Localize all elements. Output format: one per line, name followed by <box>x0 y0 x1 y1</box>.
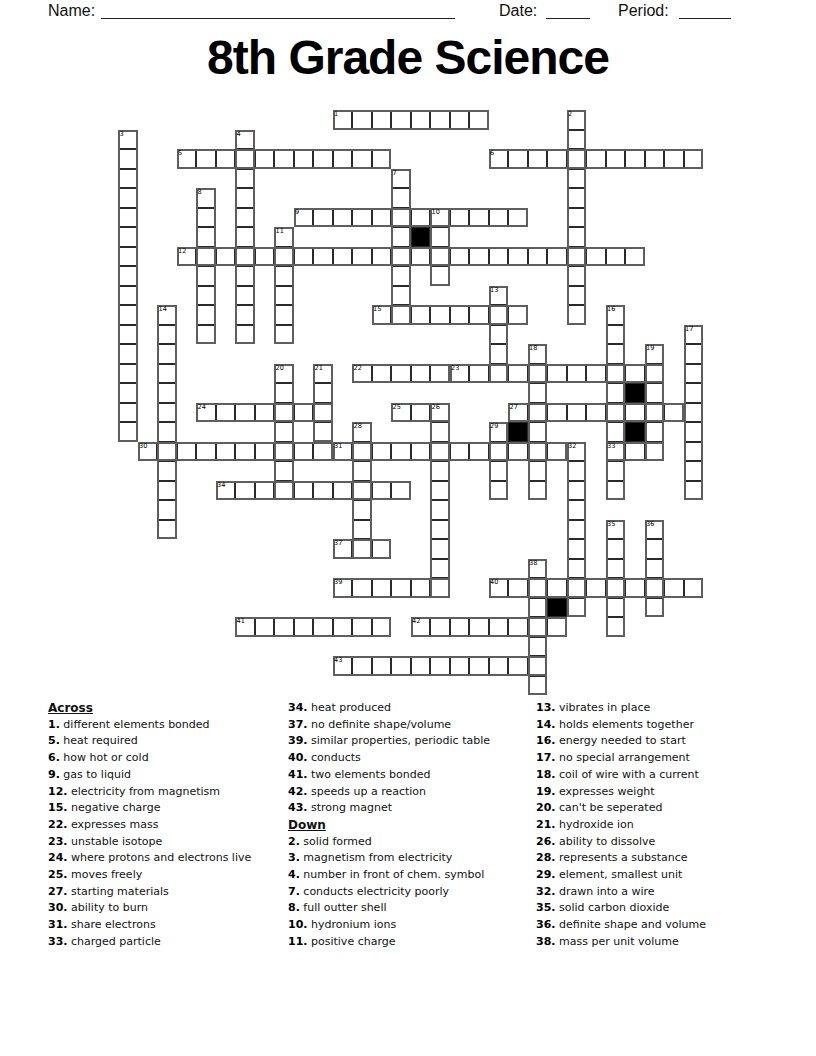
answer-cell-2-13[interactable] <box>372 149 392 169</box>
answer-cell-19-16[interactable] <box>430 481 450 501</box>
answer-cell-27-21[interactable] <box>528 637 548 657</box>
answer-cell-7-17[interactable] <box>450 247 470 267</box>
answer-cell-19-7[interactable] <box>255 481 275 501</box>
answer-cell-3-14[interactable] <box>391 169 411 189</box>
answer-cell-7-14[interactable] <box>391 247 411 267</box>
answer-cell-7-24[interactable] <box>586 247 606 267</box>
answer-cell-10-23[interactable] <box>567 305 587 325</box>
answer-cell-7-4[interactable] <box>196 247 216 267</box>
answer-cell-6-8[interactable] <box>274 227 294 247</box>
answer-cell-8-23[interactable] <box>567 266 587 286</box>
answer-cell-9-6[interactable] <box>235 286 255 306</box>
answer-cell-7-20[interactable] <box>508 247 528 267</box>
answer-cell-7-22[interactable] <box>547 247 567 267</box>
answer-cell-5-15[interactable] <box>411 208 431 228</box>
answer-cell-13-23[interactable] <box>567 364 587 384</box>
answer-cell-17-29[interactable] <box>684 442 704 462</box>
answer-cell-15-25[interactable] <box>606 403 626 423</box>
answer-cell-25-21[interactable] <box>528 598 548 618</box>
answer-cell-10-14[interactable] <box>391 305 411 325</box>
answer-cell-16-25[interactable] <box>606 422 626 442</box>
answer-cell-26-13[interactable] <box>372 617 392 637</box>
answer-cell-7-13[interactable] <box>372 247 392 267</box>
answer-cell-2-21[interactable] <box>528 149 548 169</box>
answer-cell-25-25[interactable] <box>606 598 626 618</box>
answer-cell-17-9[interactable] <box>294 442 314 462</box>
answer-cell-2-27[interactable] <box>645 149 665 169</box>
answer-cell-10-6[interactable] <box>235 305 255 325</box>
answer-cell-17-19[interactable] <box>489 442 509 462</box>
answer-cell-13-10[interactable] <box>313 364 333 384</box>
answer-cell-24-25[interactable] <box>606 578 626 598</box>
answer-cell-5-12[interactable] <box>352 208 372 228</box>
answer-cell-7-26[interactable] <box>625 247 645 267</box>
answer-cell-13-26[interactable] <box>625 364 645 384</box>
answer-cell-1-6[interactable] <box>235 130 255 150</box>
answer-cell-5-11[interactable] <box>333 208 353 228</box>
answer-cell-17-11[interactable] <box>333 442 353 462</box>
date-blank-line[interactable] <box>546 3 590 19</box>
answer-cell-17-26[interactable] <box>625 442 645 462</box>
answer-cell-26-22[interactable] <box>547 617 567 637</box>
answer-cell-2-26[interactable] <box>625 149 645 169</box>
answer-cell-23-27[interactable] <box>645 559 665 579</box>
answer-cell-13-16[interactable] <box>430 364 450 384</box>
answer-cell-23-25[interactable] <box>606 559 626 579</box>
answer-cell-5-16[interactable] <box>430 208 450 228</box>
answer-cell-17-15[interactable] <box>411 442 431 462</box>
answer-cell-17-6[interactable] <box>235 442 255 462</box>
answer-cell-24-29[interactable] <box>684 578 704 598</box>
answer-cell-14-2[interactable] <box>157 383 177 403</box>
answer-cell-23-21[interactable] <box>528 559 548 579</box>
answer-cell-12-25[interactable] <box>606 344 626 364</box>
answer-cell-2-28[interactable] <box>664 149 684 169</box>
answer-cell-16-2[interactable] <box>157 422 177 442</box>
answer-cell-17-23[interactable] <box>567 442 587 462</box>
answer-cell-10-15[interactable] <box>411 305 431 325</box>
answer-cell-26-16[interactable] <box>430 617 450 637</box>
answer-cell-14-0[interactable] <box>118 383 138 403</box>
answer-cell-17-16[interactable] <box>430 442 450 462</box>
answer-cell-13-18[interactable] <box>469 364 489 384</box>
answer-cell-19-8[interactable] <box>274 481 294 501</box>
answer-cell-14-10[interactable] <box>313 383 333 403</box>
answer-cell-15-23[interactable] <box>567 403 587 423</box>
answer-cell-17-5[interactable] <box>216 442 236 462</box>
answer-cell-17-13[interactable] <box>372 442 392 462</box>
answer-cell-18-2[interactable] <box>157 461 177 481</box>
answer-cell-28-21[interactable] <box>528 656 548 676</box>
answer-cell-25-23[interactable] <box>567 598 587 618</box>
answer-cell-26-8[interactable] <box>274 617 294 637</box>
answer-cell-15-5[interactable] <box>216 403 236 423</box>
answer-cell-24-11[interactable] <box>333 578 353 598</box>
answer-cell-2-11[interactable] <box>333 149 353 169</box>
answer-cell-7-0[interactable] <box>118 247 138 267</box>
answer-cell-22-11[interactable] <box>333 539 353 559</box>
answer-cell-21-23[interactable] <box>567 520 587 540</box>
answer-cell-17-25[interactable] <box>606 442 626 462</box>
answer-cell-7-7[interactable] <box>255 247 275 267</box>
answer-cell-10-8[interactable] <box>274 305 294 325</box>
answer-cell-13-24[interactable] <box>586 364 606 384</box>
answer-cell-15-20[interactable] <box>508 403 528 423</box>
answer-cell-11-8[interactable] <box>274 325 294 345</box>
answer-cell-13-22[interactable] <box>547 364 567 384</box>
answer-cell-6-6[interactable] <box>235 227 255 247</box>
answer-cell-15-2[interactable] <box>157 403 177 423</box>
answer-cell-19-29[interactable] <box>684 481 704 501</box>
answer-cell-21-2[interactable] <box>157 520 177 540</box>
answer-cell-24-21[interactable] <box>528 578 548 598</box>
answer-cell-4-0[interactable] <box>118 188 138 208</box>
answer-cell-15-6[interactable] <box>235 403 255 423</box>
answer-cell-16-21[interactable] <box>528 422 548 442</box>
answer-cell-19-11[interactable] <box>333 481 353 501</box>
answer-cell-28-12[interactable] <box>352 656 372 676</box>
answer-cell-20-2[interactable] <box>157 500 177 520</box>
answer-cell-7-15[interactable] <box>411 247 431 267</box>
answer-cell-19-12[interactable] <box>352 481 372 501</box>
answer-cell-11-29[interactable] <box>684 325 704 345</box>
answer-cell-16-19[interactable] <box>489 422 509 442</box>
answer-cell-11-19[interactable] <box>489 325 509 345</box>
answer-cell-15-28[interactable] <box>664 403 684 423</box>
answer-cell-8-0[interactable] <box>118 266 138 286</box>
answer-cell-10-0[interactable] <box>118 305 138 325</box>
answer-cell-7-3[interactable] <box>177 247 197 267</box>
answer-cell-2-29[interactable] <box>684 149 704 169</box>
answer-cell-0-12[interactable] <box>352 110 372 130</box>
answer-cell-26-20[interactable] <box>508 617 528 637</box>
answer-cell-10-19[interactable] <box>489 305 509 325</box>
answer-cell-12-29[interactable] <box>684 344 704 364</box>
answer-cell-15-9[interactable] <box>294 403 314 423</box>
answer-cell-2-24[interactable] <box>586 149 606 169</box>
answer-cell-15-29[interactable] <box>684 403 704 423</box>
answer-cell-0-17[interactable] <box>450 110 470 130</box>
answer-cell-16-16[interactable] <box>430 422 450 442</box>
answer-cell-9-8[interactable] <box>274 286 294 306</box>
answer-cell-17-12[interactable] <box>352 442 372 462</box>
answer-cell-10-2[interactable] <box>157 305 177 325</box>
answer-cell-3-6[interactable] <box>235 169 255 189</box>
answer-cell-12-0[interactable] <box>118 344 138 364</box>
answer-cell-6-23[interactable] <box>567 227 587 247</box>
answer-cell-19-9[interactable] <box>294 481 314 501</box>
answer-cell-2-7[interactable] <box>255 149 275 169</box>
answer-cell-5-14[interactable] <box>391 208 411 228</box>
answer-cell-2-0[interactable] <box>118 149 138 169</box>
answer-cell-16-10[interactable] <box>313 422 333 442</box>
answer-cell-5-9[interactable] <box>294 208 314 228</box>
answer-cell-7-9[interactable] <box>294 247 314 267</box>
answer-cell-18-16[interactable] <box>430 461 450 481</box>
answer-cell-19-19[interactable] <box>489 481 509 501</box>
answer-cell-10-18[interactable] <box>469 305 489 325</box>
answer-cell-9-19[interactable] <box>489 286 509 306</box>
answer-cell-21-25[interactable] <box>606 520 626 540</box>
answer-cell-2-6[interactable] <box>235 149 255 169</box>
answer-cell-26-25[interactable] <box>606 617 626 637</box>
answer-cell-0-13[interactable] <box>372 110 392 130</box>
answer-cell-7-6[interactable] <box>235 247 255 267</box>
answer-cell-0-23[interactable] <box>567 110 587 130</box>
answer-cell-16-0[interactable] <box>118 422 138 442</box>
answer-cell-15-26[interactable] <box>625 403 645 423</box>
answer-cell-3-23[interactable] <box>567 169 587 189</box>
answer-cell-24-28[interactable] <box>664 578 684 598</box>
answer-cell-9-23[interactable] <box>567 286 587 306</box>
answer-cell-13-29[interactable] <box>684 364 704 384</box>
answer-cell-0-11[interactable] <box>333 110 353 130</box>
answer-cell-15-10[interactable] <box>313 403 333 423</box>
answer-cell-7-21[interactable] <box>528 247 548 267</box>
answer-cell-13-21[interactable] <box>528 364 548 384</box>
answer-cell-9-4[interactable] <box>196 286 216 306</box>
answer-cell-22-25[interactable] <box>606 539 626 559</box>
answer-cell-24-14[interactable] <box>391 578 411 598</box>
answer-cell-7-8[interactable] <box>274 247 294 267</box>
answer-cell-26-9[interactable] <box>294 617 314 637</box>
answer-cell-13-8[interactable] <box>274 364 294 384</box>
answer-cell-19-6[interactable] <box>235 481 255 501</box>
answer-cell-4-6[interactable] <box>235 188 255 208</box>
answer-cell-13-27[interactable] <box>645 364 665 384</box>
answer-cell-17-4[interactable] <box>196 442 216 462</box>
answer-cell-5-17[interactable] <box>450 208 470 228</box>
answer-cell-17-1[interactable] <box>138 442 158 462</box>
answer-cell-7-19[interactable] <box>489 247 509 267</box>
answer-cell-21-16[interactable] <box>430 520 450 540</box>
answer-cell-17-3[interactable] <box>177 442 197 462</box>
answer-cell-15-21[interactable] <box>528 403 548 423</box>
answer-cell-24-19[interactable] <box>489 578 509 598</box>
answer-cell-15-22[interactable] <box>547 403 567 423</box>
answer-cell-17-10[interactable] <box>313 442 333 462</box>
answer-cell-24-12[interactable] <box>352 578 372 598</box>
answer-cell-14-29[interactable] <box>684 383 704 403</box>
answer-cell-7-11[interactable] <box>333 247 353 267</box>
answer-cell-19-25[interactable] <box>606 481 626 501</box>
answer-cell-28-13[interactable] <box>372 656 392 676</box>
answer-cell-5-13[interactable] <box>372 208 392 228</box>
answer-cell-10-13[interactable] <box>372 305 392 325</box>
answer-cell-15-14[interactable] <box>391 403 411 423</box>
answer-cell-19-14[interactable] <box>391 481 411 501</box>
answer-cell-24-13[interactable] <box>372 578 392 598</box>
answer-cell-20-23[interactable] <box>567 500 587 520</box>
answer-cell-13-12[interactable] <box>352 364 372 384</box>
answer-cell-16-29[interactable] <box>684 422 704 442</box>
answer-cell-24-20[interactable] <box>508 578 528 598</box>
answer-cell-5-4[interactable] <box>196 208 216 228</box>
answer-cell-2-8[interactable] <box>274 149 294 169</box>
answer-cell-7-12[interactable] <box>352 247 372 267</box>
answer-cell-22-12[interactable] <box>352 539 372 559</box>
answer-cell-18-8[interactable] <box>274 461 294 481</box>
answer-cell-29-21[interactable] <box>528 676 548 696</box>
answer-cell-26-11[interactable] <box>333 617 353 637</box>
answer-cell-2-10[interactable] <box>313 149 333 169</box>
answer-cell-19-5[interactable] <box>216 481 236 501</box>
answer-cell-10-25[interactable] <box>606 305 626 325</box>
answer-cell-28-17[interactable] <box>450 656 470 676</box>
answer-cell-16-12[interactable] <box>352 422 372 442</box>
answer-cell-2-9[interactable] <box>294 149 314 169</box>
answer-cell-17-21[interactable] <box>528 442 548 462</box>
answer-cell-18-23[interactable] <box>567 461 587 481</box>
answer-cell-5-18[interactable] <box>469 208 489 228</box>
answer-cell-28-20[interactable] <box>508 656 528 676</box>
answer-cell-21-27[interactable] <box>645 520 665 540</box>
answer-cell-24-22[interactable] <box>547 578 567 598</box>
answer-cell-18-29[interactable] <box>684 461 704 481</box>
answer-cell-0-18[interactable] <box>469 110 489 130</box>
answer-cell-8-4[interactable] <box>196 266 216 286</box>
answer-cell-1-0[interactable] <box>118 130 138 150</box>
answer-cell-10-4[interactable] <box>196 305 216 325</box>
answer-cell-21-12[interactable] <box>352 520 372 540</box>
answer-cell-4-14[interactable] <box>391 188 411 208</box>
answer-cell-2-5[interactable] <box>216 149 236 169</box>
answer-cell-20-16[interactable] <box>430 500 450 520</box>
answer-cell-15-27[interactable] <box>645 403 665 423</box>
answer-cell-13-25[interactable] <box>606 364 626 384</box>
answer-cell-26-6[interactable] <box>235 617 255 637</box>
answer-cell-5-6[interactable] <box>235 208 255 228</box>
answer-cell-5-10[interactable] <box>313 208 333 228</box>
answer-cell-4-4[interactable] <box>196 188 216 208</box>
answer-cell-26-18[interactable] <box>469 617 489 637</box>
answer-cell-4-23[interactable] <box>567 188 587 208</box>
answer-cell-24-27[interactable] <box>645 578 665 598</box>
answer-cell-11-0[interactable] <box>118 325 138 345</box>
answer-cell-16-8[interactable] <box>274 422 294 442</box>
answer-cell-23-16[interactable] <box>430 559 450 579</box>
answer-cell-11-25[interactable] <box>606 325 626 345</box>
answer-cell-13-2[interactable] <box>157 364 177 384</box>
answer-cell-28-16[interactable] <box>430 656 450 676</box>
answer-cell-12-19[interactable] <box>489 344 509 364</box>
answer-cell-18-25[interactable] <box>606 461 626 481</box>
answer-cell-3-0[interactable] <box>118 169 138 189</box>
answer-cell-5-20[interactable] <box>508 208 528 228</box>
answer-cell-17-14[interactable] <box>391 442 411 462</box>
answer-cell-22-13[interactable] <box>372 539 392 559</box>
answer-cell-2-25[interactable] <box>606 149 626 169</box>
answer-cell-17-18[interactable] <box>469 442 489 462</box>
answer-cell-8-14[interactable] <box>391 266 411 286</box>
answer-cell-0-15[interactable] <box>411 110 431 130</box>
answer-cell-5-0[interactable] <box>118 208 138 228</box>
answer-cell-2-22[interactable] <box>547 149 567 169</box>
answer-cell-2-3[interactable] <box>177 149 197 169</box>
answer-cell-7-5[interactable] <box>216 247 236 267</box>
answer-cell-15-8[interactable] <box>274 403 294 423</box>
answer-cell-26-7[interactable] <box>255 617 275 637</box>
answer-cell-15-4[interactable] <box>196 403 216 423</box>
answer-cell-19-10[interactable] <box>313 481 333 501</box>
answer-cell-25-27[interactable] <box>645 598 665 618</box>
answer-cell-13-14[interactable] <box>391 364 411 384</box>
answer-cell-6-4[interactable] <box>196 227 216 247</box>
answer-cell-11-4[interactable] <box>196 325 216 345</box>
answer-cell-28-11[interactable] <box>333 656 353 676</box>
answer-cell-6-0[interactable] <box>118 227 138 247</box>
answer-cell-5-19[interactable] <box>489 208 509 228</box>
answer-cell-7-16[interactable] <box>430 247 450 267</box>
answer-cell-18-19[interactable] <box>489 461 509 481</box>
answer-cell-13-19[interactable] <box>489 364 509 384</box>
answer-cell-20-12[interactable] <box>352 500 372 520</box>
answer-cell-13-13[interactable] <box>372 364 392 384</box>
answer-cell-26-12[interactable] <box>352 617 372 637</box>
answer-cell-23-23[interactable] <box>567 559 587 579</box>
answer-cell-13-0[interactable] <box>118 364 138 384</box>
answer-cell-12-21[interactable] <box>528 344 548 364</box>
answer-cell-2-4[interactable] <box>196 149 216 169</box>
answer-cell-10-20[interactable] <box>508 305 528 325</box>
answer-cell-19-23[interactable] <box>567 481 587 501</box>
answer-cell-10-17[interactable] <box>450 305 470 325</box>
answer-cell-28-19[interactable] <box>489 656 509 676</box>
answer-cell-17-27[interactable] <box>645 442 665 462</box>
answer-cell-17-17[interactable] <box>450 442 470 462</box>
answer-cell-15-0[interactable] <box>118 403 138 423</box>
answer-cell-26-21[interactable] <box>528 617 548 637</box>
answer-cell-22-27[interactable] <box>645 539 665 559</box>
answer-cell-24-16[interactable] <box>430 578 450 598</box>
period-blank-line[interactable] <box>679 3 731 19</box>
answer-cell-11-6[interactable] <box>235 325 255 345</box>
answer-cell-14-21[interactable] <box>528 383 548 403</box>
answer-cell-26-10[interactable] <box>313 617 333 637</box>
answer-cell-26-15[interactable] <box>411 617 431 637</box>
answer-cell-26-17[interactable] <box>450 617 470 637</box>
answer-cell-15-15[interactable] <box>411 403 431 423</box>
answer-cell-11-2[interactable] <box>157 325 177 345</box>
answer-cell-15-7[interactable] <box>255 403 275 423</box>
answer-cell-24-23[interactable] <box>567 578 587 598</box>
answer-cell-15-24[interactable] <box>586 403 606 423</box>
answer-cell-17-22[interactable] <box>547 442 567 462</box>
answer-cell-6-14[interactable] <box>391 227 411 247</box>
answer-cell-19-2[interactable] <box>157 481 177 501</box>
answer-cell-16-27[interactable] <box>645 422 665 442</box>
answer-cell-2-19[interactable] <box>489 149 509 169</box>
answer-cell-24-24[interactable] <box>586 578 606 598</box>
answer-cell-22-16[interactable] <box>430 539 450 559</box>
answer-cell-28-18[interactable] <box>469 656 489 676</box>
answer-cell-18-12[interactable] <box>352 461 372 481</box>
answer-cell-15-16[interactable] <box>430 403 450 423</box>
answer-cell-13-15[interactable] <box>411 364 431 384</box>
answer-cell-28-15[interactable] <box>411 656 431 676</box>
answer-cell-22-23[interactable] <box>567 539 587 559</box>
answer-cell-17-7[interactable] <box>255 442 275 462</box>
answer-cell-5-23[interactable] <box>567 208 587 228</box>
answer-cell-7-23[interactable] <box>567 247 587 267</box>
answer-cell-8-8[interactable] <box>274 266 294 286</box>
answer-cell-14-8[interactable] <box>274 383 294 403</box>
answer-cell-19-13[interactable] <box>372 481 392 501</box>
answer-cell-18-21[interactable] <box>528 461 548 481</box>
answer-cell-1-23[interactable] <box>567 130 587 150</box>
answer-cell-9-14[interactable] <box>391 286 411 306</box>
answer-cell-17-20[interactable] <box>508 442 528 462</box>
